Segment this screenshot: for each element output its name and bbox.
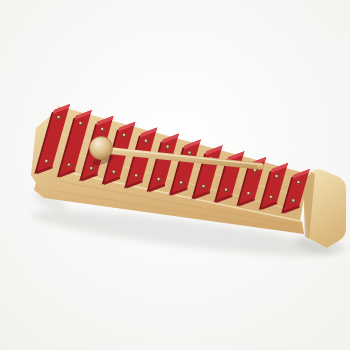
- bar-pin-head: [101, 128, 103, 130]
- mallet-stick-tip: [257, 163, 264, 170]
- bar-pin-head: [45, 160, 47, 162]
- photo-canvas: [0, 0, 350, 350]
- xylophone-photo: [0, 0, 350, 350]
- bar-pin-head: [297, 181, 299, 183]
- bar-pin-head: [167, 146, 169, 148]
- bar-pin-head: [79, 122, 81, 124]
- bar-pin-head: [188, 151, 190, 153]
- bar-pin-head: [202, 185, 204, 187]
- bar-pin-head: [292, 199, 294, 201]
- bar-pin-head: [123, 134, 125, 136]
- bar-pin-head: [247, 192, 249, 194]
- mallet-head: [90, 137, 113, 160]
- bar-pin-head: [113, 171, 115, 173]
- bar-pin-head: [135, 174, 137, 176]
- bar-pin-head: [254, 169, 256, 171]
- bar-pin-head: [276, 175, 278, 177]
- bar-pin-head: [180, 181, 182, 183]
- bar-pin-head: [145, 140, 147, 142]
- bar-pin-head: [68, 163, 70, 165]
- bar-pin-head: [270, 196, 272, 198]
- bar-pin-head: [225, 189, 227, 191]
- bar-pin-head: [90, 167, 92, 169]
- bar-pin-head: [158, 178, 160, 180]
- bar-pin-head: [58, 116, 60, 118]
